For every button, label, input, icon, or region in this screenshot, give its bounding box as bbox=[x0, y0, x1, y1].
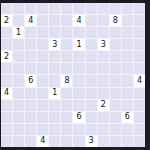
cell-r8c2[interactable] bbox=[25, 100, 36, 111]
cell-r5c6[interactable] bbox=[73, 63, 84, 74]
clue-cell-r7c0: 4 bbox=[1, 88, 12, 99]
cell-r11c1[interactable] bbox=[13, 136, 24, 147]
cell-r5c5[interactable] bbox=[61, 63, 72, 74]
cell-r1c8[interactable] bbox=[98, 15, 109, 26]
cell-r4c1[interactable] bbox=[13, 51, 24, 62]
cell-r10c0[interactable] bbox=[1, 124, 12, 135]
cell-r11c10[interactable] bbox=[122, 136, 133, 147]
cell-r2c9[interactable] bbox=[110, 27, 121, 38]
cell-r3c1[interactable] bbox=[13, 39, 24, 50]
clue-cell-r1c2: 4 bbox=[25, 15, 36, 26]
cell-r3c9[interactable] bbox=[110, 39, 121, 50]
cell-r6c10[interactable] bbox=[122, 75, 133, 86]
cell-r10c1[interactable] bbox=[13, 124, 24, 135]
cell-r10c9[interactable] bbox=[110, 124, 121, 135]
cell-r3c0[interactable] bbox=[1, 39, 12, 50]
cell-r9c0[interactable] bbox=[1, 112, 12, 123]
cell-r8c5[interactable] bbox=[61, 100, 72, 111]
cell-r5c11[interactable] bbox=[134, 63, 145, 74]
cell-r7c8[interactable] bbox=[98, 88, 109, 99]
cell-r0c10[interactable] bbox=[122, 3, 133, 14]
cell-r3c3[interactable] bbox=[37, 39, 48, 50]
puzzle-board: 2448131326844126643 bbox=[0, 0, 150, 150]
cell-r6c4[interactable] bbox=[49, 75, 60, 86]
clue-cell-r7c4: 1 bbox=[49, 88, 60, 99]
cell-r3c11[interactable] bbox=[134, 39, 145, 50]
cell-r4c10[interactable] bbox=[122, 51, 133, 62]
cell-r10c2[interactable] bbox=[25, 124, 36, 135]
cell-r10c3[interactable] bbox=[37, 124, 48, 135]
cell-r6c6[interactable] bbox=[73, 75, 84, 86]
cell-r5c8[interactable] bbox=[98, 63, 109, 74]
cell-r6c1[interactable] bbox=[13, 75, 24, 86]
cell-r11c2[interactable] bbox=[25, 136, 36, 147]
cell-r1c5[interactable] bbox=[61, 15, 72, 26]
cell-r10c11[interactable] bbox=[134, 124, 145, 135]
cell-r4c11[interactable] bbox=[134, 51, 145, 62]
clue-cell-r2c1: 1 bbox=[13, 27, 24, 38]
cell-r8c11[interactable] bbox=[134, 100, 145, 111]
cell-r2c10[interactable] bbox=[122, 27, 133, 38]
cell-r11c11[interactable] bbox=[134, 136, 145, 147]
clue-cell-r3c8: 3 bbox=[98, 39, 109, 50]
clue-cell-r8c8: 2 bbox=[98, 100, 109, 111]
cell-r2c11[interactable] bbox=[134, 27, 145, 38]
cell-r7c3[interactable] bbox=[37, 88, 48, 99]
cell-r10c5[interactable] bbox=[61, 124, 72, 135]
cell-r10c6[interactable] bbox=[73, 124, 84, 135]
cell-r0c8[interactable] bbox=[98, 3, 109, 14]
cell-r4c9[interactable] bbox=[110, 51, 121, 62]
cell-r8c9[interactable] bbox=[110, 100, 121, 111]
cell-r11c0[interactable] bbox=[1, 136, 12, 147]
cell-r6c9[interactable] bbox=[110, 75, 121, 86]
cell-r5c7[interactable] bbox=[86, 63, 97, 74]
cell-r1c3[interactable] bbox=[37, 15, 48, 26]
cell-r1c11[interactable] bbox=[134, 15, 145, 26]
cell-r8c6[interactable] bbox=[73, 100, 84, 111]
clue-cell-r1c9: 8 bbox=[110, 15, 121, 26]
cell-r7c1[interactable] bbox=[13, 88, 24, 99]
cell-r10c4[interactable] bbox=[49, 124, 60, 135]
cell-r5c10[interactable] bbox=[122, 63, 133, 74]
cell-r9c8[interactable] bbox=[98, 112, 109, 123]
clue-cell-r6c5: 8 bbox=[61, 75, 72, 86]
cell-r2c7[interactable] bbox=[86, 27, 97, 38]
clue-cell-r6c11: 4 bbox=[134, 75, 145, 86]
cell-r2c5[interactable] bbox=[61, 27, 72, 38]
cell-r2c6[interactable] bbox=[73, 27, 84, 38]
cell-r4c5[interactable] bbox=[61, 51, 72, 62]
cell-r3c5[interactable] bbox=[61, 39, 72, 50]
cell-r8c10[interactable] bbox=[122, 100, 133, 111]
cell-r4c6[interactable] bbox=[73, 51, 84, 62]
cell-r9c1[interactable] bbox=[13, 112, 24, 123]
cell-r2c2[interactable] bbox=[25, 27, 36, 38]
cell-r3c10[interactable] bbox=[122, 39, 133, 50]
cell-r1c1[interactable] bbox=[13, 15, 24, 26]
clue-cell-r6c2: 6 bbox=[25, 75, 36, 86]
cell-r8c0[interactable] bbox=[1, 100, 12, 111]
cell-r0c3[interactable] bbox=[37, 3, 48, 14]
cell-r0c4[interactable] bbox=[49, 3, 60, 14]
cell-r10c7[interactable] bbox=[86, 124, 97, 135]
cell-r10c8[interactable] bbox=[98, 124, 109, 135]
cell-r0c1[interactable] bbox=[13, 3, 24, 14]
cell-r5c0[interactable] bbox=[1, 63, 12, 74]
cell-r0c0[interactable] bbox=[1, 3, 12, 14]
cell-r8c3[interactable] bbox=[37, 100, 48, 111]
cell-r10c10[interactable] bbox=[122, 124, 133, 135]
cell-r0c6[interactable] bbox=[73, 3, 84, 14]
cell-r3c2[interactable] bbox=[25, 39, 36, 50]
clue-cell-r1c0: 2 bbox=[1, 15, 12, 26]
clue-cell-r9c10: 6 bbox=[122, 112, 133, 123]
cell-r4c7[interactable] bbox=[86, 51, 97, 62]
cell-r3c7[interactable] bbox=[86, 39, 97, 50]
cell-r8c7[interactable] bbox=[86, 100, 97, 111]
clue-cell-r9c6: 6 bbox=[73, 112, 84, 123]
cell-r8c4[interactable] bbox=[49, 100, 60, 111]
cell-r1c4[interactable] bbox=[49, 15, 60, 26]
clue-cell-r11c3: 4 bbox=[37, 136, 48, 147]
cell-r2c0[interactable] bbox=[1, 27, 12, 38]
cell-r5c3[interactable] bbox=[37, 63, 48, 74]
cell-r7c11[interactable] bbox=[134, 88, 145, 99]
cell-r2c8[interactable] bbox=[98, 27, 109, 38]
cell-r0c7[interactable] bbox=[86, 3, 97, 14]
cell-r7c9[interactable] bbox=[110, 88, 121, 99]
clue-cell-r3c4: 3 bbox=[49, 39, 60, 50]
cell-r7c7[interactable] bbox=[86, 88, 97, 99]
cell-r9c11[interactable] bbox=[134, 112, 145, 123]
cell-r9c5[interactable] bbox=[61, 112, 72, 123]
cell-r0c11[interactable] bbox=[134, 3, 145, 14]
cell-r4c3[interactable] bbox=[37, 51, 48, 62]
cell-r5c2[interactable] bbox=[25, 63, 36, 74]
cell-r7c5[interactable] bbox=[61, 88, 72, 99]
cell-r2c3[interactable] bbox=[37, 27, 48, 38]
cell-r0c2[interactable] bbox=[25, 3, 36, 14]
cell-r0c5[interactable] bbox=[61, 3, 72, 14]
cell-r9c4[interactable] bbox=[49, 112, 60, 123]
cell-r9c7[interactable] bbox=[86, 112, 97, 123]
cell-r5c1[interactable] bbox=[13, 63, 24, 74]
cell-r5c9[interactable] bbox=[110, 63, 121, 74]
clue-cell-r11c7: 3 bbox=[86, 136, 97, 147]
cell-r1c10[interactable] bbox=[122, 15, 133, 26]
cell-r11c5[interactable] bbox=[61, 136, 72, 147]
cell-r7c6[interactable] bbox=[73, 88, 84, 99]
cell-r8c1[interactable] bbox=[13, 100, 24, 111]
cell-r7c10[interactable] bbox=[122, 88, 133, 99]
cell-r6c7[interactable] bbox=[86, 75, 97, 86]
clue-cell-r3c6: 1 bbox=[73, 39, 84, 50]
clue-cell-r4c0: 2 bbox=[1, 51, 12, 62]
cell-r6c8[interactable] bbox=[98, 75, 109, 86]
cell-r5c4[interactable] bbox=[49, 63, 60, 74]
cell-r4c2[interactable] bbox=[25, 51, 36, 62]
cell-r11c8[interactable] bbox=[98, 136, 109, 147]
cell-r1c7[interactable] bbox=[86, 15, 97, 26]
cell-r6c0[interactable] bbox=[1, 75, 12, 86]
cell-r0c9[interactable] bbox=[110, 3, 121, 14]
cell-r2c4[interactable] bbox=[49, 27, 60, 38]
cell-r11c9[interactable] bbox=[110, 136, 121, 147]
cell-r9c9[interactable] bbox=[110, 112, 121, 123]
cell-r11c4[interactable] bbox=[49, 136, 60, 147]
cell-r4c4[interactable] bbox=[49, 51, 60, 62]
cell-r7c2[interactable] bbox=[25, 88, 36, 99]
cell-r11c6[interactable] bbox=[73, 136, 84, 147]
cell-r9c3[interactable] bbox=[37, 112, 48, 123]
cell-r6c3[interactable] bbox=[37, 75, 48, 86]
cell-r9c2[interactable] bbox=[25, 112, 36, 123]
clue-cell-r1c6: 4 bbox=[73, 15, 84, 26]
cell-r4c8[interactable] bbox=[98, 51, 109, 62]
